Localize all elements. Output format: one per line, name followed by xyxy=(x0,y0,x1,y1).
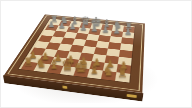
square-h1 xyxy=(115,72,130,82)
photo-scene: ♜♞♝♛♚♝♞♜♟♟♟♟♟♟♟♟♟♟♟♟♟♟♟♟♜♞♝♛♚♝♞♜ xyxy=(1,1,191,107)
square-g1 xyxy=(101,71,116,81)
board-grid xyxy=(21,20,135,83)
brass-hinge-icon xyxy=(126,94,136,98)
chess-board: ♜♞♝♛♚♝♞♜♟♟♟♟♟♟♟♟♟♟♟♟♟♟♟♟♜♞♝♛♚♝♞♜ xyxy=(4,15,145,93)
brass-clasp-icon xyxy=(62,86,67,89)
square-h7 xyxy=(122,32,134,39)
